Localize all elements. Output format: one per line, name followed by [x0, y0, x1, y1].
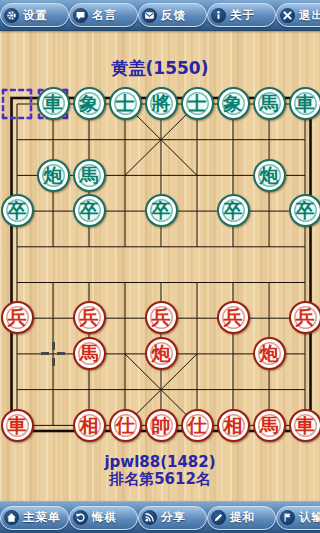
settings-button[interactable]: 设置 — [0, 3, 69, 27]
board-cell: 相 — [215, 407, 251, 443]
board-cell: 卒 — [71, 193, 107, 229]
piece-red-兵[interactable]: 兵 — [289, 301, 320, 334]
board-cell: 兵 — [71, 300, 107, 336]
pencil-icon — [211, 510, 226, 525]
piece-black-車[interactable]: 車 — [37, 87, 70, 120]
board-cell: 車 — [287, 407, 320, 443]
piece-black-馬[interactable]: 馬 — [253, 87, 286, 120]
board-cell: 車 — [287, 86, 320, 122]
quotes-button[interactable]: 名言 — [69, 3, 138, 27]
piece-red-兵[interactable]: 兵 — [73, 301, 106, 334]
close-icon — [280, 8, 295, 23]
board-cell: 將 — [143, 86, 179, 122]
piece-red-相[interactable]: 相 — [217, 409, 250, 442]
piece-red-兵[interactable]: 兵 — [145, 301, 178, 334]
board-cell: 卒 — [215, 193, 251, 229]
feedback-button[interactable]: 反馈 — [138, 3, 207, 27]
board-cell: 士 — [179, 86, 215, 122]
board-cell: 相 — [71, 407, 107, 443]
offer-draw-button[interactable]: 提和 — [207, 506, 276, 530]
undo-icon — [73, 510, 88, 525]
settings-label: 设置 — [23, 8, 48, 23]
board-cell: 兵 — [215, 300, 251, 336]
board-grid: 車象士將士象馬車炮馬炮卒卒卒卒卒兵兵兵兵兵馬炮炮車相仕帥仕相馬車 — [0, 86, 320, 443]
board-cell: 炮 — [143, 336, 179, 372]
piece-red-車[interactable]: 車 — [289, 409, 320, 442]
about-label: 关于 — [230, 8, 255, 23]
piece-black-炮[interactable]: 炮 — [37, 159, 70, 192]
board-cell: 象 — [71, 86, 107, 122]
top-toolbar: 设置 名言 反馈 关于 退出 — [0, 0, 320, 31]
board-cell: 兵 — [143, 300, 179, 336]
piece-black-卒[interactable]: 卒 — [289, 194, 320, 227]
board-cell: 卒 — [143, 193, 179, 229]
board-cell: 仕 — [107, 407, 143, 443]
piece-black-象[interactable]: 象 — [73, 87, 106, 120]
opponent-name: 黄盖(1550) — [112, 57, 209, 80]
player-band: jpwl88(1482) 排名第5612名 — [0, 446, 320, 502]
share-icon — [142, 510, 157, 525]
board-cell: 炮 — [251, 157, 287, 193]
board-cell: 士 — [107, 86, 143, 122]
piece-red-車[interactable]: 車 — [1, 409, 34, 442]
piece-red-兵[interactable]: 兵 — [217, 301, 250, 334]
main-menu-button[interactable]: 主菜单 — [0, 506, 69, 530]
piece-black-將[interactable]: 將 — [145, 87, 178, 120]
undo-label: 悔棋 — [92, 510, 117, 525]
about-button[interactable]: 关于 — [207, 3, 276, 27]
board-cell: 炮 — [251, 336, 287, 372]
speech-icon — [73, 8, 88, 23]
board-cell: 馬 — [71, 157, 107, 193]
board-cell: 車 — [0, 407, 35, 443]
piece-red-炮[interactable]: 炮 — [253, 337, 286, 370]
resign-label: 认输 — [299, 510, 320, 525]
piece-black-炮[interactable]: 炮 — [253, 159, 286, 192]
exit-label: 退出 — [299, 8, 320, 23]
board-cell: 象 — [215, 86, 251, 122]
piece-black-士[interactable]: 士 — [109, 87, 142, 120]
player-name: jpwl88(1482) — [104, 454, 215, 471]
quotes-label: 名言 — [92, 8, 117, 23]
piece-black-卒[interactable]: 卒 — [73, 194, 106, 227]
board-cell: 馬 — [251, 86, 287, 122]
board[interactable]: 車象士將士象馬車炮馬炮卒卒卒卒卒兵兵兵兵兵馬炮炮車相仕帥仕相馬車 — [0, 86, 320, 446]
piece-red-相[interactable]: 相 — [73, 409, 106, 442]
board-cell: 馬 — [71, 336, 107, 372]
player-rank: 排名第5612名 — [109, 471, 211, 488]
board-cell: 車 — [35, 86, 71, 122]
piece-red-馬[interactable]: 馬 — [253, 409, 286, 442]
piece-red-帥[interactable]: 帥 — [145, 409, 178, 442]
board-cell: 兵 — [287, 300, 320, 336]
piece-black-車[interactable]: 車 — [289, 87, 320, 120]
board-cell: 馬 — [251, 407, 287, 443]
opponent-band: 黄盖(1550) — [0, 30, 320, 86]
board-cell: 帥 — [143, 407, 179, 443]
share-button[interactable]: 分享 — [138, 506, 207, 530]
offer-draw-label: 提和 — [230, 510, 255, 525]
piece-black-卒[interactable]: 卒 — [217, 194, 250, 227]
mail-icon — [142, 8, 157, 23]
board-cell: 卒 — [287, 193, 320, 229]
piece-red-馬[interactable]: 馬 — [73, 337, 106, 370]
board-cell: 兵 — [0, 300, 35, 336]
gear-icon — [4, 8, 19, 23]
board-cell: 仕 — [179, 407, 215, 443]
board-cell: 炮 — [35, 157, 71, 193]
piece-red-兵[interactable]: 兵 — [1, 301, 34, 334]
board-cell: 卒 — [0, 193, 35, 229]
home-icon — [4, 510, 19, 525]
piece-black-馬[interactable]: 馬 — [73, 159, 106, 192]
main-menu-label: 主菜单 — [23, 510, 61, 525]
piece-red-炮[interactable]: 炮 — [145, 337, 178, 370]
flag-icon — [280, 510, 295, 525]
piece-red-仕[interactable]: 仕 — [181, 409, 214, 442]
piece-black-士[interactable]: 士 — [181, 87, 214, 120]
bottom-toolbar: 主菜单 悔棋 分享 提和 认输 — [0, 501, 320, 533]
piece-black-象[interactable]: 象 — [217, 87, 250, 120]
piece-black-卒[interactable]: 卒 — [1, 194, 34, 227]
info-icon — [211, 8, 226, 23]
app-window: 设置 名言 反馈 关于 退出 黄盖(1550) — [0, 0, 320, 533]
undo-button[interactable]: 悔棋 — [69, 506, 138, 530]
share-label: 分享 — [161, 510, 186, 525]
feedback-label: 反馈 — [161, 8, 186, 23]
piece-red-仕[interactable]: 仕 — [109, 409, 142, 442]
resign-button[interactable]: 认输 — [276, 506, 320, 530]
piece-black-卒[interactable]: 卒 — [145, 194, 178, 227]
exit-button[interactable]: 退出 — [276, 3, 320, 27]
